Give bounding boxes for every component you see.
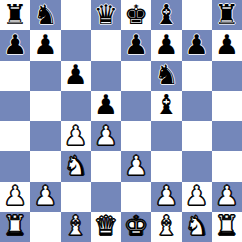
black-pawn-icon[interactable]: ♟: [64, 61, 88, 88]
square-e8[interactable]: ♚: [121, 0, 151, 30]
square-g6[interactable]: [182, 61, 212, 91]
square-a1[interactable]: ♜: [0, 212, 30, 242]
white-pawn-icon[interactable]: ♟: [215, 182, 239, 209]
square-b3[interactable]: [30, 151, 60, 181]
square-h2[interactable]: ♟: [212, 182, 242, 212]
square-b6[interactable]: [30, 61, 60, 91]
square-e6[interactable]: [121, 61, 151, 91]
square-c6[interactable]: ♟: [61, 61, 91, 91]
square-e2[interactable]: [121, 182, 151, 212]
square-h4[interactable]: [212, 121, 242, 151]
white-pawn-icon[interactable]: ♟: [185, 182, 209, 209]
square-f3[interactable]: [151, 151, 181, 181]
square-d3[interactable]: [91, 151, 121, 181]
square-a8[interactable]: ♜: [0, 0, 30, 30]
square-h8[interactable]: ♜: [212, 0, 242, 30]
white-queen-icon[interactable]: ♛: [94, 212, 118, 239]
black-pawn-icon[interactable]: ♟: [185, 31, 209, 58]
chess-board: ♜♞♛♚♝♜♟♟♟♟♟♟♟♞♟♝♟♟♞♟♟♟♟♟♟♜♝♛♚♝♞♜: [0, 0, 242, 242]
black-rook-icon[interactable]: ♜: [3, 1, 27, 28]
square-a7[interactable]: ♟: [0, 30, 30, 60]
square-g7[interactable]: ♟: [182, 30, 212, 60]
square-c1[interactable]: ♝: [61, 212, 91, 242]
square-c5[interactable]: [61, 91, 91, 121]
black-pawn-icon[interactable]: ♟: [33, 31, 57, 58]
square-f7[interactable]: ♟: [151, 30, 181, 60]
square-f6[interactable]: ♞: [151, 61, 181, 91]
square-g1[interactable]: ♞: [182, 212, 212, 242]
square-b1[interactable]: [30, 212, 60, 242]
square-c3[interactable]: ♞: [61, 151, 91, 181]
black-pawn-icon[interactable]: ♟: [94, 91, 118, 118]
square-g3[interactable]: [182, 151, 212, 181]
black-rook-icon[interactable]: ♜: [215, 1, 239, 28]
square-c8[interactable]: [61, 0, 91, 30]
square-e7[interactable]: ♟: [121, 30, 151, 60]
square-g8[interactable]: [182, 0, 212, 30]
square-f2[interactable]: ♟: [151, 182, 181, 212]
square-f5[interactable]: ♝: [151, 91, 181, 121]
square-d8[interactable]: ♛: [91, 0, 121, 30]
square-a6[interactable]: [0, 61, 30, 91]
square-a3[interactable]: [0, 151, 30, 181]
square-b4[interactable]: [30, 121, 60, 151]
white-bishop-icon[interactable]: ♝: [154, 212, 178, 239]
black-pawn-icon[interactable]: ♟: [3, 31, 27, 58]
black-knight-icon[interactable]: ♞: [33, 1, 57, 28]
white-rook-icon[interactable]: ♜: [215, 212, 239, 239]
black-bishop-icon[interactable]: ♝: [154, 1, 178, 28]
square-h1[interactable]: ♜: [212, 212, 242, 242]
square-c4[interactable]: ♟: [61, 121, 91, 151]
square-c7[interactable]: [61, 30, 91, 60]
square-h3[interactable]: [212, 151, 242, 181]
square-b8[interactable]: ♞: [30, 0, 60, 30]
square-d6[interactable]: [91, 61, 121, 91]
square-g4[interactable]: [182, 121, 212, 151]
black-pawn-icon[interactable]: ♟: [154, 31, 178, 58]
square-e5[interactable]: [121, 91, 151, 121]
white-pawn-icon[interactable]: ♟: [124, 152, 148, 179]
square-a4[interactable]: [0, 121, 30, 151]
black-pawn-icon[interactable]: ♟: [215, 31, 239, 58]
square-d4[interactable]: ♟: [91, 121, 121, 151]
square-d5[interactable]: ♟: [91, 91, 121, 121]
white-king-icon[interactable]: ♚: [124, 212, 148, 239]
white-pawn-icon[interactable]: ♟: [94, 122, 118, 149]
square-b5[interactable]: [30, 91, 60, 121]
black-king-icon[interactable]: ♚: [124, 1, 148, 28]
square-c2[interactable]: [61, 182, 91, 212]
white-rook-icon[interactable]: ♜: [3, 212, 27, 239]
black-bishop-icon[interactable]: ♝: [154, 91, 178, 118]
black-knight-icon[interactable]: ♞: [154, 61, 178, 88]
white-knight-icon[interactable]: ♞: [185, 212, 209, 239]
square-d2[interactable]: [91, 182, 121, 212]
square-g5[interactable]: [182, 91, 212, 121]
white-pawn-icon[interactable]: ♟: [64, 122, 88, 149]
square-f1[interactable]: ♝: [151, 212, 181, 242]
square-g2[interactable]: ♟: [182, 182, 212, 212]
square-e3[interactable]: ♟: [121, 151, 151, 181]
square-h7[interactable]: ♟: [212, 30, 242, 60]
square-h6[interactable]: [212, 61, 242, 91]
white-pawn-icon[interactable]: ♟: [154, 182, 178, 209]
square-e4[interactable]: [121, 121, 151, 151]
white-pawn-icon[interactable]: ♟: [33, 182, 57, 209]
square-h5[interactable]: [212, 91, 242, 121]
black-pawn-icon[interactable]: ♟: [124, 31, 148, 58]
square-b7[interactable]: ♟: [30, 30, 60, 60]
white-knight-icon[interactable]: ♞: [64, 152, 88, 179]
white-pawn-icon[interactable]: ♟: [3, 182, 27, 209]
square-b2[interactable]: ♟: [30, 182, 60, 212]
black-queen-icon[interactable]: ♛: [94, 1, 118, 28]
square-d1[interactable]: ♛: [91, 212, 121, 242]
square-f8[interactable]: ♝: [151, 0, 181, 30]
square-a2[interactable]: ♟: [0, 182, 30, 212]
square-e1[interactable]: ♚: [121, 212, 151, 242]
square-f4[interactable]: [151, 121, 181, 151]
square-a5[interactable]: [0, 91, 30, 121]
white-bishop-icon[interactable]: ♝: [64, 212, 88, 239]
square-d7[interactable]: [91, 30, 121, 60]
